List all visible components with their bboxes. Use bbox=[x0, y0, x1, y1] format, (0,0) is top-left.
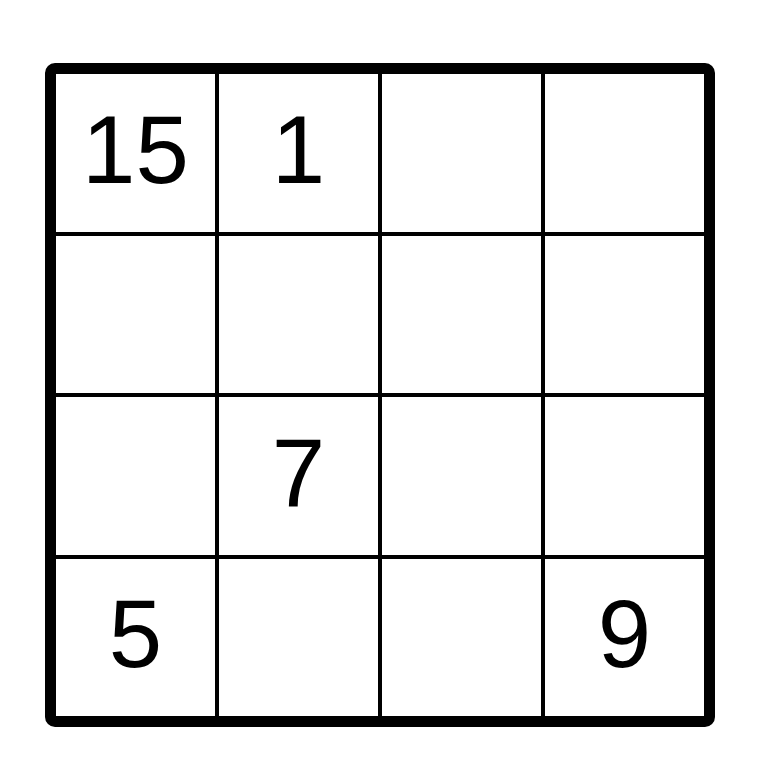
cell-r2c3[interactable] bbox=[382, 236, 541, 394]
cell-r4c3[interactable] bbox=[382, 559, 541, 717]
clue-15: 15 bbox=[82, 102, 189, 198]
cell-r1c4[interactable] bbox=[545, 74, 704, 232]
cell-r3c1[interactable] bbox=[56, 397, 215, 555]
cell-r2c4[interactable] bbox=[545, 236, 704, 394]
cell-r3c3[interactable] bbox=[382, 397, 541, 555]
clue-1: 1 bbox=[272, 102, 325, 198]
cell-r1c2[interactable]: 1 bbox=[219, 74, 378, 232]
cell-r4c2[interactable] bbox=[219, 559, 378, 717]
clue-9: 9 bbox=[598, 586, 651, 682]
cell-r1c1[interactable]: 15 bbox=[56, 74, 215, 232]
cell-r3c4[interactable] bbox=[545, 397, 704, 555]
cell-r4c1[interactable]: 5 bbox=[56, 559, 215, 717]
cell-r2c2[interactable] bbox=[219, 236, 378, 394]
clue-7: 7 bbox=[272, 425, 325, 521]
page-background: 15 1 7 5 9 bbox=[0, 0, 768, 768]
cell-r2c1[interactable] bbox=[56, 236, 215, 394]
cell-r1c3[interactable] bbox=[382, 74, 541, 232]
cell-r3c2[interactable]: 7 bbox=[219, 397, 378, 555]
hidato-board: 15 1 7 5 9 bbox=[45, 63, 715, 727]
cell-r4c4[interactable]: 9 bbox=[545, 559, 704, 717]
clue-5: 5 bbox=[109, 586, 162, 682]
